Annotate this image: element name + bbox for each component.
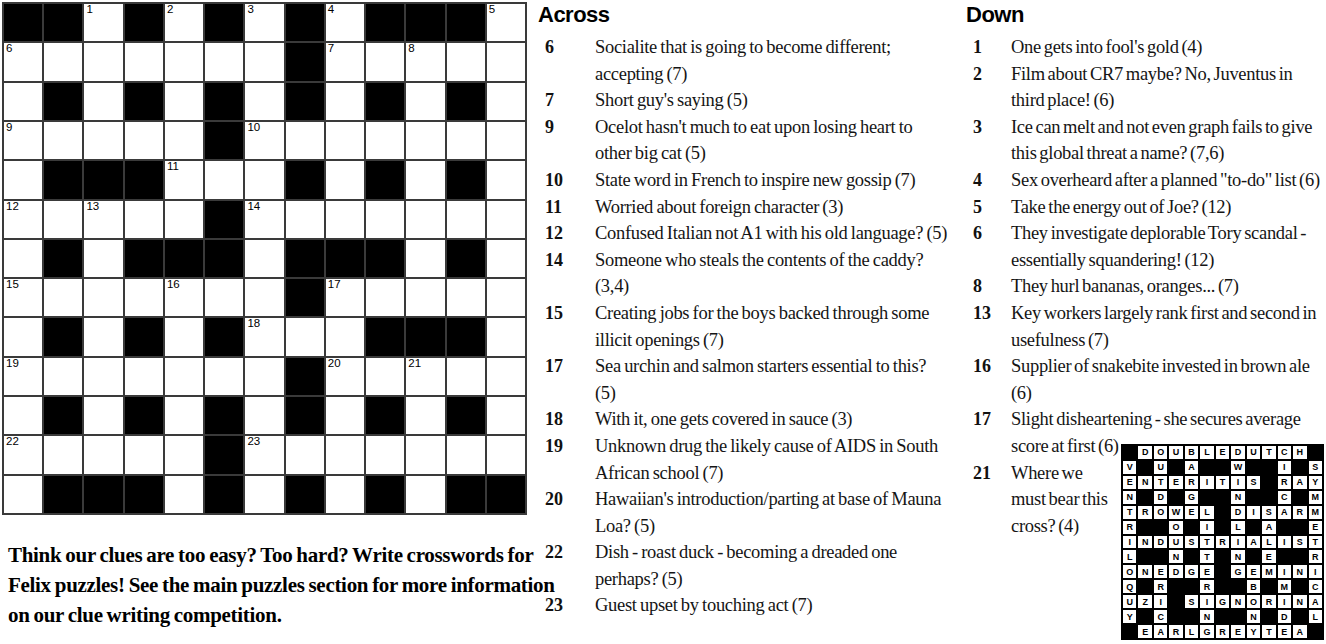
- cell-r10c13[interactable]: [487, 358, 525, 395]
- solution-cell-r11c11: I: [1278, 595, 1291, 608]
- solution-block-r10c2: [1138, 580, 1151, 593]
- solution-cell-r13c8: E: [1231, 625, 1244, 638]
- cell-r5c6[interactable]: [205, 161, 243, 198]
- solution-cell-r4c13: M: [1309, 491, 1322, 504]
- down-clue-4: 4Sex overheard after a planned "to-do" l…: [966, 167, 1326, 194]
- solution-cell-r9c5: G: [1185, 565, 1198, 578]
- across-clue-17: 17Sea urchin and salmon starters essenti…: [538, 353, 950, 406]
- block-r3c2: [44, 83, 82, 120]
- cell-r6c5[interactable]: [165, 201, 203, 238]
- solution-cell-r9c3: E: [1154, 565, 1167, 578]
- cell-r1c13[interactable]: 5: [487, 4, 525, 41]
- cell-r8c7[interactable]: [245, 279, 283, 316]
- cell-r2c4[interactable]: [125, 43, 163, 80]
- cell-r6c13[interactable]: [487, 201, 525, 238]
- cell-r2c1[interactable]: 6: [4, 43, 42, 80]
- crossword-grid: 1234567891011121314151617181920212223: [2, 2, 527, 515]
- solution-cell-r9c8: G: [1231, 565, 1244, 578]
- solution-cell-r11c10: R: [1262, 595, 1275, 608]
- cell-r8c2[interactable]: [44, 279, 82, 316]
- cell-r8c4[interactable]: [125, 279, 163, 316]
- solution-cell-r8c10: E: [1262, 550, 1275, 563]
- block-r1c6: [205, 4, 243, 41]
- solution-cell-r10c6: R: [1200, 580, 1213, 593]
- solution-cell-r7c6: T: [1200, 536, 1213, 549]
- solution-cell-r8c13: R: [1309, 550, 1322, 563]
- cell-r11c5[interactable]: [165, 397, 203, 434]
- solution-block-r2c9: [1247, 461, 1260, 474]
- clue-number: 2: [966, 61, 1011, 88]
- solution-cell-r9c9: E: [1247, 565, 1260, 578]
- cell-r8c6[interactable]: [205, 279, 243, 316]
- cell-r6c4[interactable]: [125, 201, 163, 238]
- cell-r7c11[interactable]: [406, 240, 444, 277]
- block-r1c11: [406, 4, 444, 41]
- block-r13c6: [205, 476, 243, 513]
- solution-cell-r1c8: D: [1231, 446, 1244, 459]
- solution-cell-r5c11: A: [1278, 506, 1291, 519]
- solution-cell-r11c1: U: [1123, 595, 1136, 608]
- solution-cell-r3c9: S: [1247, 476, 1260, 489]
- cell-r9c1[interactable]: [4, 318, 42, 355]
- solution-cell-r2c13: S: [1309, 461, 1322, 474]
- cell-r10c2[interactable]: [44, 358, 82, 395]
- solution-cell-r4c3: D: [1154, 491, 1167, 504]
- solution-cell-r4c5: G: [1185, 491, 1198, 504]
- cell-r5c13[interactable]: [487, 161, 525, 198]
- cell-r7c3[interactable]: [84, 240, 122, 277]
- cell-r6c11[interactable]: [406, 201, 444, 238]
- cell-r10c11[interactable]: 21: [406, 358, 444, 395]
- clue-text: Someone who steals the contents of the c…: [595, 247, 950, 300]
- solution-cell-r7c3: D: [1154, 536, 1167, 549]
- cell-r9c7[interactable]: 18: [245, 318, 283, 355]
- cell-r1c5[interactable]: 2: [165, 4, 203, 41]
- cell-r6c10[interactable]: [366, 201, 404, 238]
- clue-number: 9: [538, 114, 595, 141]
- cell-r4c4[interactable]: [125, 122, 163, 159]
- solution-cell-r3c3: T: [1154, 476, 1167, 489]
- cell-r8c13[interactable]: [487, 279, 525, 316]
- clue-text: Guest upset by touching act (7): [595, 592, 950, 619]
- solution-cell-r12c1: Y: [1123, 610, 1136, 623]
- solution-cell-r13c10: T: [1262, 625, 1275, 638]
- solution-cell-r3c4: E: [1169, 476, 1182, 489]
- solution-cell-r7c1: I: [1123, 536, 1136, 549]
- cell-r7c7[interactable]: [245, 240, 283, 277]
- solution-block-r4c6: [1200, 491, 1213, 504]
- solution-block-r10c5: [1185, 580, 1198, 593]
- cell-r11c9[interactable]: [326, 397, 364, 434]
- solution-cell-r13c12: A: [1293, 625, 1306, 638]
- block-r7c10: [366, 240, 404, 277]
- cell-r8c12[interactable]: [447, 279, 485, 316]
- solution-block-r2c10: [1262, 461, 1275, 474]
- cell-r12c13[interactable]: [487, 436, 525, 473]
- block-r11c8: [286, 397, 324, 434]
- cell-r4c9[interactable]: [326, 122, 364, 159]
- solution-block-r6c7: [1216, 521, 1229, 534]
- solution-cell-r5c13: M: [1309, 506, 1322, 519]
- block-r1c4: [125, 4, 163, 41]
- across-heading: Across: [538, 2, 950, 28]
- solution-block-r6c12: [1293, 521, 1306, 534]
- clue-text: Take the energy out of Joe? (12): [1011, 194, 1326, 221]
- cell-r1c3[interactable]: 1: [84, 4, 122, 41]
- solution-block-r6c11: [1278, 521, 1291, 534]
- cell-r10c5[interactable]: [165, 358, 203, 395]
- cell-r8c5[interactable]: 16: [165, 279, 203, 316]
- grid-number-18: 18: [247, 317, 260, 329]
- solution-cell-r2c8: W: [1231, 461, 1244, 474]
- grid-number-12: 12: [6, 200, 19, 212]
- clue-text: Sea urchin and salmon starters essential…: [595, 353, 950, 406]
- cell-r2c11[interactable]: 8: [406, 43, 444, 80]
- down-heading: Down: [966, 2, 1326, 28]
- cell-r4c10[interactable]: [366, 122, 404, 159]
- block-r9c4: [125, 318, 163, 355]
- solution-cell-r1c7: E: [1216, 446, 1229, 459]
- solution-cell-r5c8: D: [1231, 506, 1244, 519]
- solution-block-r10c4: [1169, 580, 1182, 593]
- cell-r12c7[interactable]: 23: [245, 436, 283, 473]
- grid-number-15: 15: [6, 278, 19, 290]
- clue-text: Supplier of snakebite invested in brown …: [1011, 353, 1326, 406]
- clue-text: Key workers largely rank first and secon…: [1011, 300, 1326, 353]
- cell-r9c8[interactable]: [286, 318, 324, 355]
- solution-block-r10c8: [1231, 580, 1244, 593]
- cell-r9c9[interactable]: [326, 318, 364, 355]
- cell-r12c9[interactable]: [326, 436, 364, 473]
- cell-r13c7[interactable]: [245, 476, 283, 513]
- block-r7c4: [125, 240, 163, 277]
- grid-number-20: 20: [328, 357, 341, 369]
- solution-block-r8c7: [1216, 550, 1229, 563]
- solution-cell-r10c9: B: [1247, 580, 1260, 593]
- cell-r8c1[interactable]: 15: [4, 279, 42, 316]
- clue-number: 5: [966, 194, 1011, 221]
- cell-r8c3[interactable]: [84, 279, 122, 316]
- cell-r6c2[interactable]: [44, 201, 82, 238]
- cell-r7c1[interactable]: [4, 240, 42, 277]
- solution-cell-r11c6: I: [1200, 595, 1213, 608]
- cell-r12c1[interactable]: 22: [4, 436, 42, 473]
- across-clue-15: 15Creating jobs for the boys backed thro…: [538, 300, 950, 353]
- solution-cell-r9c6: E: [1200, 565, 1213, 578]
- cell-r3c9[interactable]: [326, 83, 364, 120]
- solution-cell-r13c7: R: [1216, 625, 1229, 638]
- block-r3c8: [286, 83, 324, 120]
- clue-text: Ocelot hasn't much to eat upon losing he…: [595, 114, 950, 167]
- grid-number-16: 16: [167, 278, 180, 290]
- solution-cell-r10c11: M: [1278, 580, 1291, 593]
- solution-block-r8c2: [1138, 550, 1151, 563]
- clue-text: Sex overheard after a planned "to-do" li…: [1011, 167, 1326, 194]
- solution-cell-r2c1: V: [1123, 461, 1136, 474]
- cell-r3c5[interactable]: [165, 83, 203, 120]
- cell-r9c5[interactable]: [165, 318, 203, 355]
- cell-r4c3[interactable]: [84, 122, 122, 159]
- solution-cell-r3c6: I: [1200, 476, 1213, 489]
- solution-block-r12c2: [1138, 610, 1151, 623]
- down-clue-2: 2Film about CR7 maybe? No, Juventus in t…: [966, 61, 1326, 114]
- across-clue-6: 6Socialite that is going to become diffe…: [538, 34, 950, 87]
- solution-cell-r7c9: A: [1247, 536, 1260, 549]
- clue-text: State word in French to inspire new goss…: [595, 167, 950, 194]
- cell-r2c13[interactable]: [487, 43, 525, 80]
- clue-number: 19: [538, 433, 595, 460]
- block-r13c13: [487, 476, 525, 513]
- solution-cell-r3c7: T: [1216, 476, 1229, 489]
- cell-r12c5[interactable]: [165, 436, 203, 473]
- solution-block-r8c9: [1247, 550, 1260, 563]
- across-clue-list: 6Socialite that is going to become diffe…: [538, 34, 950, 619]
- cell-r3c3[interactable]: [84, 83, 122, 120]
- cell-r5c9[interactable]: [326, 161, 364, 198]
- grid-number-9: 9: [6, 121, 12, 133]
- clue-number: 6: [966, 220, 1011, 247]
- clue-number: 17: [966, 406, 1011, 433]
- cell-r2c12[interactable]: [447, 43, 485, 80]
- solution-cell-r3c5: R: [1185, 476, 1198, 489]
- cell-r9c3[interactable]: [84, 318, 122, 355]
- solution-block-r13c13: [1309, 625, 1322, 638]
- cell-r5c11[interactable]: [406, 161, 444, 198]
- cell-r2c10[interactable]: [366, 43, 404, 80]
- cell-r1c9[interactable]: 4: [326, 4, 364, 41]
- solution-cell-r7c4: U: [1169, 536, 1182, 549]
- solution-cell-r9c1: O: [1123, 565, 1136, 578]
- solution-block-r3c10: [1262, 476, 1275, 489]
- cell-r4c7[interactable]: 10: [245, 122, 283, 159]
- solution-block-r12c10: [1262, 610, 1275, 623]
- cell-r4c13[interactable]: [487, 122, 525, 159]
- clue-text: Film about CR7 maybe? No, Juventus in th…: [1011, 61, 1326, 114]
- cell-r2c7[interactable]: [245, 43, 283, 80]
- block-r13c12: [447, 476, 485, 513]
- across-clue-9: 9Ocelot hasn't much to eat upon losing h…: [538, 114, 950, 167]
- block-r7c2: [44, 240, 82, 277]
- solution-block-r6c5: [1185, 521, 1198, 534]
- block-r5c10: [366, 161, 404, 198]
- cell-r10c4[interactable]: [125, 358, 163, 395]
- block-r11c2: [44, 397, 82, 434]
- block-r3c6: [205, 83, 243, 120]
- cell-r4c2[interactable]: [44, 122, 82, 159]
- solution-cell-r2c3: U: [1154, 461, 1167, 474]
- cell-r10c7[interactable]: [245, 358, 283, 395]
- cell-r4c12[interactable]: [447, 122, 485, 159]
- cell-r6c3[interactable]: 13: [84, 201, 122, 238]
- solution-cell-r10c1: Q: [1123, 580, 1136, 593]
- cell-r2c2[interactable]: [44, 43, 82, 80]
- solution-cell-r5c6: L: [1200, 506, 1213, 519]
- solution-cell-r12c6: N: [1200, 610, 1213, 623]
- block-r3c12: [447, 83, 485, 120]
- block-r13c2: [44, 476, 82, 513]
- cell-r13c5[interactable]: [165, 476, 203, 513]
- solution-cell-r8c1: L: [1123, 550, 1136, 563]
- grid-number-23: 23: [247, 435, 260, 447]
- solution-cell-r13c2: E: [1138, 625, 1151, 638]
- solution-block-r1c1: [1123, 446, 1136, 459]
- across-clue-20: 20Hawaiian's introduction/parting at bas…: [538, 486, 950, 539]
- cell-r11c13[interactable]: [487, 397, 525, 434]
- cell-r12c12[interactable]: [447, 436, 485, 473]
- grid-number-13: 13: [86, 200, 99, 212]
- cell-r4c1[interactable]: 9: [4, 122, 42, 159]
- competition-note: Think our clues are too easy? Too hard? …: [8, 540, 568, 630]
- solution-cell-r6c4: O: [1169, 521, 1182, 534]
- across-clue-14: 14Someone who steals the contents of the…: [538, 247, 950, 300]
- solution-block-r4c7: [1216, 491, 1229, 504]
- cell-r4c11[interactable]: [406, 122, 444, 159]
- down-clue-13: 13Key workers largely rank first and sec…: [966, 300, 1326, 353]
- block-r7c12: [447, 240, 485, 277]
- cell-r12c11[interactable]: [406, 436, 444, 473]
- clue-number: 1: [966, 34, 1011, 61]
- across-clue-10: 10State word in French to inspire new go…: [538, 167, 950, 194]
- block-r5c2: [44, 161, 82, 198]
- grid-number-5: 5: [489, 3, 495, 15]
- across-clue-7: 7Short guy's saying (5): [538, 87, 950, 114]
- clue-number: 14: [538, 247, 595, 274]
- solution-cell-r8c8: N: [1231, 550, 1244, 563]
- block-r9c10: [366, 318, 404, 355]
- cell-r2c9[interactable]: 7: [326, 43, 364, 80]
- cell-r2c6[interactable]: [205, 43, 243, 80]
- solution-block-r2c6: [1200, 461, 1213, 474]
- cell-r9c13[interactable]: [487, 318, 525, 355]
- solution-cell-r13c9: Y: [1247, 625, 1260, 638]
- cell-r8c11[interactable]: [406, 279, 444, 316]
- solution-block-r4c10: [1262, 491, 1275, 504]
- block-r7c6: [205, 240, 243, 277]
- cell-r3c7[interactable]: [245, 83, 283, 120]
- grid-number-2: 2: [167, 3, 173, 15]
- block-r9c6: [205, 318, 243, 355]
- solution-block-r12c12: [1293, 610, 1306, 623]
- across-clue-23: 23Guest upset by touching act (7): [538, 592, 950, 619]
- solution-cell-r1c6: L: [1200, 446, 1213, 459]
- cell-r12c8[interactable]: [286, 436, 324, 473]
- cell-r5c1[interactable]: [4, 161, 42, 198]
- cell-r4c8[interactable]: [286, 122, 324, 159]
- solution-block-r10c12: [1293, 580, 1306, 593]
- cell-r10c12[interactable]: [447, 358, 485, 395]
- block-r1c8: [286, 4, 324, 41]
- cell-r5c5[interactable]: 11: [165, 161, 203, 198]
- cell-r13c9[interactable]: [326, 476, 364, 513]
- cell-r6c12[interactable]: [447, 201, 485, 238]
- solution-cell-r2c11: I: [1278, 461, 1291, 474]
- block-r5c4: [125, 161, 163, 198]
- solution-cell-r9c13: I: [1309, 565, 1322, 578]
- cell-r12c4[interactable]: [125, 436, 163, 473]
- cell-r7c13[interactable]: [487, 240, 525, 277]
- block-r6c6: [205, 201, 243, 238]
- clue-text: Creating jobs for the boys backed throug…: [595, 300, 950, 353]
- clue-number: 6: [538, 34, 595, 61]
- cell-r1c7[interactable]: 3: [245, 4, 283, 41]
- solution-cell-r4c1: N: [1123, 491, 1136, 504]
- cell-r6c9[interactable]: [326, 201, 364, 238]
- solution-cell-r7c12: S: [1293, 536, 1306, 549]
- across-clue-11: 11Worried about foreign character (3): [538, 194, 950, 221]
- cell-r10c6[interactable]: [205, 358, 243, 395]
- cell-r10c3[interactable]: [84, 358, 122, 395]
- cell-r12c3[interactable]: [84, 436, 122, 473]
- solution-cell-r6c1: R: [1123, 521, 1136, 534]
- cell-r10c1[interactable]: 19: [4, 358, 42, 395]
- grid-number-22: 22: [6, 435, 19, 447]
- cell-r3c1[interactable]: [4, 83, 42, 120]
- solution-cell-r9c2: N: [1138, 565, 1151, 578]
- clue-text: Worried about foreign character (3): [595, 194, 950, 221]
- solution-block-r8c5: [1185, 550, 1198, 563]
- block-r12c6: [205, 436, 243, 473]
- cell-r2c3[interactable]: [84, 43, 122, 80]
- cell-r5c7[interactable]: [245, 161, 283, 198]
- solution-block-r12c8: [1231, 610, 1244, 623]
- grid-number-14: 14: [247, 200, 260, 212]
- solution-block-r12c4: [1169, 610, 1182, 623]
- solution-cell-r7c7: R: [1216, 536, 1229, 549]
- solution-block-r2c4: [1169, 461, 1182, 474]
- solution-cell-r11c7: G: [1216, 595, 1229, 608]
- cell-r3c13[interactable]: [487, 83, 525, 120]
- cell-r6c7[interactable]: 14: [245, 201, 283, 238]
- cell-r12c10[interactable]: [366, 436, 404, 473]
- solution-cell-r11c2: Z: [1138, 595, 1151, 608]
- clue-number: 21: [966, 460, 1011, 487]
- block-r1c12: [447, 4, 485, 41]
- solution-cell-r5c1: T: [1123, 506, 1136, 519]
- cell-r4c5[interactable]: [165, 122, 203, 159]
- solution-cell-r7c5: S: [1185, 536, 1198, 549]
- cell-r8c10[interactable]: [366, 279, 404, 316]
- cell-r3c11[interactable]: [406, 83, 444, 120]
- solution-block-r2c12: [1293, 461, 1306, 474]
- solution-cell-r6c8: L: [1231, 521, 1244, 534]
- cell-r11c7[interactable]: [245, 397, 283, 434]
- cell-r13c1[interactable]: [4, 476, 42, 513]
- cell-r11c1[interactable]: [4, 397, 42, 434]
- cell-r10c10[interactable]: [366, 358, 404, 395]
- solution-cell-r13c5: L: [1185, 625, 1198, 638]
- clue-text: With it, one gets covered in sauce (3): [595, 406, 950, 433]
- block-r13c10: [366, 476, 404, 513]
- cell-r10c9[interactable]: 20: [326, 358, 364, 395]
- clue-text: Socialite that is going to become differ…: [595, 34, 950, 87]
- solution-cell-r12c9: N: [1247, 610, 1260, 623]
- cell-r8c9[interactable]: 17: [326, 279, 364, 316]
- grid-number-6: 6: [6, 42, 12, 54]
- block-r5c3: [84, 161, 122, 198]
- cell-r13c11[interactable]: [406, 476, 444, 513]
- solution-cell-r2c5: A: [1185, 461, 1198, 474]
- cell-r11c3[interactable]: [84, 397, 122, 434]
- down-clue-3: 3Ice can melt and not even graph fails t…: [966, 114, 1326, 167]
- cell-r11c11[interactable]: [406, 397, 444, 434]
- solution-cell-r1c5: B: [1185, 446, 1198, 459]
- solution-cell-r1c12: H: [1293, 446, 1306, 459]
- cell-r12c2[interactable]: [44, 436, 82, 473]
- cell-r6c8[interactable]: [286, 201, 324, 238]
- cell-r2c5[interactable]: [165, 43, 203, 80]
- solution-cell-r7c8: I: [1231, 536, 1244, 549]
- cell-r6c1[interactable]: 12: [4, 201, 42, 238]
